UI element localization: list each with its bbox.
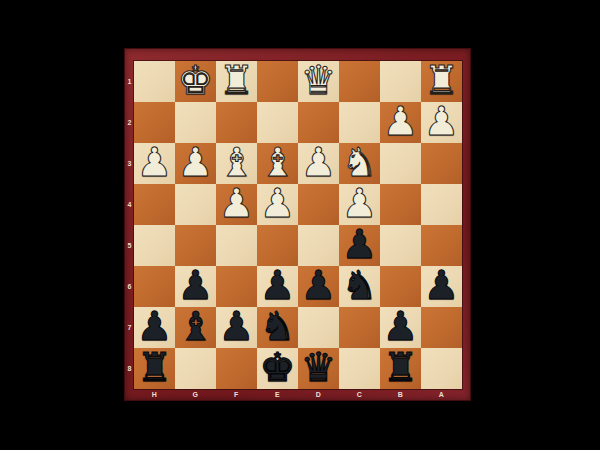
file-label-f: F (216, 389, 257, 400)
piece-black-pawn-g6[interactable]: ♟ (178, 265, 214, 306)
square-h8[interactable]: ♜ (134, 348, 175, 389)
file-label-g: G (175, 389, 216, 400)
square-d4[interactable] (298, 184, 339, 225)
square-g6[interactable]: ♟ (175, 266, 216, 307)
piece-white-pawn-a2[interactable]: ♟ (424, 101, 460, 142)
board-frame: 12345678 ♚♜♛♜♟♟♟♟♝♝♟♞♟♟♟♟♟♟♟♞♟♟♝♟♞♟♜♚♛♜ … (125, 49, 470, 400)
video-frame: 12345678 ♚♜♛♜♟♟♟♟♝♝♟♞♟♟♟♟♟♟♟♞♟♟♝♟♞♟♜♚♛♜ … (0, 0, 600, 450)
square-a2[interactable]: ♟ (421, 102, 462, 143)
square-e2[interactable] (257, 102, 298, 143)
square-f5[interactable] (216, 225, 257, 266)
square-e4[interactable]: ♟ (257, 184, 298, 225)
piece-black-knight-c6[interactable]: ♞ (342, 265, 378, 306)
rank-label-1: 1 (125, 61, 134, 102)
file-label-d: D (298, 389, 339, 400)
square-b3[interactable] (380, 143, 421, 184)
piece-white-bishop-e3[interactable]: ♝ (260, 142, 296, 183)
square-f2[interactable] (216, 102, 257, 143)
piece-white-pawn-e4[interactable]: ♟ (260, 183, 296, 224)
square-b8[interactable]: ♜ (380, 348, 421, 389)
rank-label-8: 8 (125, 348, 134, 389)
piece-black-pawn-b7[interactable]: ♟ (383, 306, 419, 347)
file-label-c: C (339, 389, 380, 400)
file-label-e: E (257, 389, 298, 400)
square-h7[interactable]: ♟ (134, 307, 175, 348)
square-b2[interactable]: ♟ (380, 102, 421, 143)
square-e1[interactable] (257, 61, 298, 102)
square-e3[interactable]: ♝ (257, 143, 298, 184)
square-h4[interactable] (134, 184, 175, 225)
piece-black-pawn-a6[interactable]: ♟ (424, 265, 460, 306)
rank-label-7: 7 (125, 307, 134, 348)
file-label-b: B (380, 389, 421, 400)
square-f8[interactable] (216, 348, 257, 389)
square-f7[interactable]: ♟ (216, 307, 257, 348)
square-f6[interactable] (216, 266, 257, 307)
square-d6[interactable]: ♟ (298, 266, 339, 307)
square-b4[interactable] (380, 184, 421, 225)
square-b5[interactable] (380, 225, 421, 266)
file-label-h: H (134, 389, 175, 400)
file-label-a: A (421, 389, 462, 400)
square-d1[interactable]: ♛ (298, 61, 339, 102)
square-g3[interactable]: ♟ (175, 143, 216, 184)
square-d2[interactable] (298, 102, 339, 143)
rank-label-5: 5 (125, 225, 134, 266)
square-g8[interactable] (175, 348, 216, 389)
square-f1[interactable]: ♜ (216, 61, 257, 102)
piece-white-pawn-b2[interactable]: ♟ (383, 101, 419, 142)
square-g4[interactable] (175, 184, 216, 225)
rank-label-2: 2 (125, 102, 134, 143)
piece-white-king-g1[interactable]: ♚ (178, 60, 214, 101)
square-g5[interactable] (175, 225, 216, 266)
square-c1[interactable] (339, 61, 380, 102)
piece-white-bishop-f3[interactable]: ♝ (219, 142, 255, 183)
file-labels: HGFEDCBA (134, 389, 462, 400)
rank-labels: 12345678 (125, 61, 134, 389)
piece-black-queen-d8[interactable]: ♛ (301, 347, 337, 388)
square-h5[interactable] (134, 225, 175, 266)
square-g7[interactable]: ♝ (175, 307, 216, 348)
square-f3[interactable]: ♝ (216, 143, 257, 184)
square-d5[interactable] (298, 225, 339, 266)
square-f4[interactable]: ♟ (216, 184, 257, 225)
square-a7[interactable] (421, 307, 462, 348)
piece-black-knight-e7[interactable]: ♞ (260, 306, 296, 347)
square-b6[interactable] (380, 266, 421, 307)
chessboard: ♚♜♛♜♟♟♟♟♝♝♟♞♟♟♟♟♟♟♟♞♟♟♝♟♞♟♜♚♛♜ (134, 61, 462, 389)
square-a6[interactable]: ♟ (421, 266, 462, 307)
piece-white-pawn-d3[interactable]: ♟ (301, 142, 337, 183)
square-h1[interactable] (134, 61, 175, 102)
piece-black-king-e8[interactable]: ♚ (260, 347, 296, 388)
piece-white-knight-c3[interactable]: ♞ (342, 142, 378, 183)
square-e6[interactable]: ♟ (257, 266, 298, 307)
square-b7[interactable]: ♟ (380, 307, 421, 348)
rank-label-4: 4 (125, 184, 134, 225)
square-h2[interactable] (134, 102, 175, 143)
square-a3[interactable] (421, 143, 462, 184)
square-a4[interactable] (421, 184, 462, 225)
piece-white-rook-f1[interactable]: ♜ (219, 60, 255, 101)
piece-black-bishop-g7[interactable]: ♝ (178, 306, 214, 347)
square-e5[interactable] (257, 225, 298, 266)
square-b1[interactable] (380, 61, 421, 102)
square-c4[interactable]: ♟ (339, 184, 380, 225)
square-c8[interactable] (339, 348, 380, 389)
square-c6[interactable]: ♞ (339, 266, 380, 307)
rank-label-3: 3 (125, 143, 134, 184)
square-d7[interactable] (298, 307, 339, 348)
square-d3[interactable]: ♟ (298, 143, 339, 184)
square-c2[interactable] (339, 102, 380, 143)
square-a5[interactable] (421, 225, 462, 266)
piece-white-rook-a1[interactable]: ♜ (424, 60, 460, 101)
piece-black-pawn-d6[interactable]: ♟ (301, 265, 337, 306)
square-e7[interactable]: ♞ (257, 307, 298, 348)
piece-black-rook-b8[interactable]: ♜ (383, 347, 419, 388)
square-e8[interactable]: ♚ (257, 348, 298, 389)
piece-white-pawn-h3[interactable]: ♟ (137, 142, 173, 183)
piece-white-pawn-g3[interactable]: ♟ (178, 142, 214, 183)
square-h6[interactable] (134, 266, 175, 307)
square-c5[interactable]: ♟ (339, 225, 380, 266)
square-c7[interactable] (339, 307, 380, 348)
rank-label-6: 6 (125, 266, 134, 307)
square-g2[interactable] (175, 102, 216, 143)
piece-white-pawn-f4[interactable]: ♟ (219, 183, 255, 224)
piece-black-rook-h8[interactable]: ♜ (137, 347, 173, 388)
square-g1[interactable]: ♚ (175, 61, 216, 102)
square-a1[interactable]: ♜ (421, 61, 462, 102)
square-h3[interactable]: ♟ (134, 143, 175, 184)
square-d8[interactable]: ♛ (298, 348, 339, 389)
piece-white-queen-d1[interactable]: ♛ (301, 60, 337, 101)
piece-white-pawn-c4[interactable]: ♟ (342, 183, 378, 224)
piece-black-pawn-f7[interactable]: ♟ (219, 306, 255, 347)
square-c3[interactable]: ♞ (339, 143, 380, 184)
piece-black-pawn-e6[interactable]: ♟ (260, 265, 296, 306)
square-a8[interactable] (421, 348, 462, 389)
piece-black-pawn-h7[interactable]: ♟ (137, 306, 173, 347)
piece-black-pawn-c5[interactable]: ♟ (342, 224, 378, 265)
